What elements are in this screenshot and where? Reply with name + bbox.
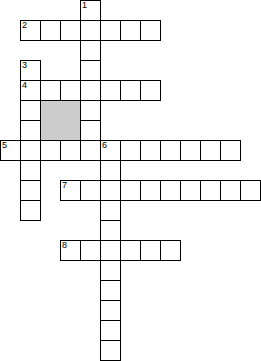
shaded-block-cell xyxy=(41,101,61,121)
crossword-cell[interactable] xyxy=(140,140,161,161)
clue-number: 2 xyxy=(22,21,27,30)
crossword-cell[interactable] xyxy=(160,240,181,261)
crossword-cell[interactable] xyxy=(140,80,161,101)
shaded-block-cell xyxy=(41,121,61,141)
crossword-cell[interactable] xyxy=(20,160,41,181)
crossword-cell[interactable] xyxy=(80,180,101,201)
crossword-cell[interactable] xyxy=(180,140,201,161)
crossword-cell[interactable] xyxy=(160,140,181,161)
crossword-cell[interactable]: 2 xyxy=(20,20,41,41)
crossword-cell[interactable] xyxy=(160,180,181,201)
crossword-cell[interactable] xyxy=(100,300,121,321)
crossword-cell[interactable]: 6 xyxy=(100,140,121,161)
crossword-cell[interactable]: 4 xyxy=(20,80,41,101)
clue-number: 4 xyxy=(22,81,27,90)
shaded-block-cell xyxy=(61,101,81,121)
crossword-cell[interactable] xyxy=(20,140,41,161)
crossword-cell[interactable]: 5 xyxy=(0,140,21,161)
crossword-cell[interactable] xyxy=(20,100,41,121)
crossword-cell[interactable] xyxy=(120,20,141,41)
crossword-cell[interactable] xyxy=(80,20,101,41)
crossword-cell[interactable] xyxy=(180,180,201,201)
clue-number: 1 xyxy=(82,1,87,10)
crossword-cell[interactable] xyxy=(80,240,101,261)
crossword-cell[interactable] xyxy=(140,180,161,201)
crossword-cell[interactable] xyxy=(100,240,121,261)
crossword-cell[interactable] xyxy=(20,120,41,141)
clue-number: 5 xyxy=(2,141,7,150)
crossword-cell[interactable] xyxy=(40,140,61,161)
crossword-cell[interactable]: 8 xyxy=(60,240,81,261)
crossword-cell[interactable] xyxy=(80,60,101,81)
crossword-cell[interactable] xyxy=(120,180,141,201)
clue-number: 8 xyxy=(62,241,67,250)
crossword-cell[interactable] xyxy=(60,140,81,161)
crossword-cell[interactable] xyxy=(140,20,161,41)
crossword-cell[interactable] xyxy=(220,140,241,161)
crossword-cell[interactable] xyxy=(60,80,81,101)
crossword-cell[interactable] xyxy=(100,160,121,181)
crossword-cell[interactable] xyxy=(120,80,141,101)
crossword-cell[interactable] xyxy=(120,140,141,161)
crossword-cell[interactable] xyxy=(40,20,61,41)
shaded-block-cell xyxy=(61,121,81,141)
clue-number: 3 xyxy=(22,61,27,70)
crossword-cell[interactable] xyxy=(200,180,221,201)
crossword-cell[interactable] xyxy=(200,140,221,161)
crossword-cell[interactable] xyxy=(40,80,61,101)
crossword-board: 12345678 xyxy=(0,0,261,361)
crossword-cell[interactable]: 1 xyxy=(80,0,101,21)
crossword-cell[interactable] xyxy=(120,240,141,261)
crossword-cell[interactable] xyxy=(240,180,261,201)
crossword-cell[interactable]: 3 xyxy=(20,60,41,81)
crossword-cell[interactable] xyxy=(100,20,121,41)
crossword-cell[interactable] xyxy=(100,280,121,301)
crossword-cell[interactable] xyxy=(100,220,121,241)
crossword-cell[interactable] xyxy=(100,340,121,361)
crossword-cell[interactable] xyxy=(220,180,241,201)
crossword-cell[interactable] xyxy=(100,180,121,201)
crossword-cell[interactable]: 7 xyxy=(60,180,81,201)
crossword-cell[interactable] xyxy=(80,140,101,161)
crossword-cell[interactable] xyxy=(20,200,41,221)
crossword-cell[interactable] xyxy=(60,20,81,41)
crossword-cell[interactable] xyxy=(80,120,101,141)
clue-number: 6 xyxy=(102,141,107,150)
crossword-cell[interactable] xyxy=(20,180,41,201)
crossword-cell[interactable] xyxy=(80,80,101,101)
crossword-cell[interactable] xyxy=(140,240,161,261)
crossword-cell[interactable] xyxy=(100,200,121,221)
crossword-cell[interactable] xyxy=(100,260,121,281)
crossword-cell[interactable] xyxy=(80,40,101,61)
crossword-cell[interactable] xyxy=(100,320,121,341)
crossword-cell[interactable] xyxy=(80,100,101,121)
crossword-cell[interactable] xyxy=(100,80,121,101)
clue-number: 7 xyxy=(62,181,67,190)
